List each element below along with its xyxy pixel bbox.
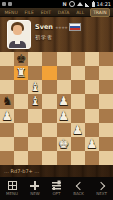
square-h2[interactable] [99,137,113,151]
square-h5[interactable] [99,94,113,108]
square-g6[interactable] [85,80,99,94]
square-b3[interactable] [14,123,28,137]
square-e4[interactable]: ♟ [57,109,71,123]
square-a5[interactable]: ♞ [0,94,14,108]
square-c2[interactable] [28,137,42,151]
square-e5[interactable]: ♟ [57,94,71,108]
plus-icon [30,181,39,190]
square-d2[interactable] [42,137,56,151]
square-b6[interactable] [14,80,28,94]
square-c1[interactable] [28,151,42,165]
back-move-button[interactable]: BACK [73,181,84,196]
square-e2[interactable]: ♚ [57,137,71,151]
opponent-level: 初学者 [35,34,53,40]
battery-icon [92,2,95,7]
sliders-icon [52,181,61,190]
tab-all[interactable]: ALL [75,9,85,16]
notification-icon [2,2,6,6]
square-a1[interactable] [0,151,14,165]
square-f7[interactable] [71,66,85,80]
square-h4[interactable] [99,109,113,123]
white-bishop: ♝ [30,95,41,107]
square-h7[interactable] [99,66,113,80]
square-b7[interactable]: ♜ [14,66,28,80]
square-d5[interactable] [42,94,56,108]
strength-stars: ★★★★ [55,25,67,30]
wifi-icon [77,2,83,6]
square-d1[interactable] [42,151,56,165]
white-pawn: ♟ [86,138,97,150]
square-f3[interactable]: ♟ [71,123,85,137]
square-c4[interactable] [28,109,42,123]
square-c8[interactable] [28,52,42,66]
square-e7[interactable] [57,66,71,80]
square-c5[interactable]: ♝ [28,94,42,108]
square-f1[interactable] [71,151,85,165]
white-pawn: ♟ [72,124,83,136]
tab-train-selected[interactable]: TRAIN [90,8,109,17]
last-move-text: … Rd7-b7+ … [4,168,39,174]
square-g8[interactable] [85,52,99,66]
square-h3[interactable] [99,123,113,137]
square-h6[interactable] [99,80,113,94]
white-king: ♚ [58,138,69,150]
avatar-face [13,25,22,35]
square-g5[interactable] [85,94,99,108]
square-g1[interactable] [85,151,99,165]
square-g4[interactable] [85,109,99,123]
square-f5[interactable] [71,94,85,108]
square-h1[interactable] [99,151,113,165]
square-b4[interactable] [14,109,28,123]
menu-button[interactable]: MENU [6,181,18,196]
square-d7[interactable] [42,66,56,80]
bottom-toolbar: MENU NEW OPT BACK NEXT [0,177,113,200]
square-a4[interactable]: ♟ [0,109,14,123]
square-g2[interactable]: ♟ [85,137,99,151]
square-g7[interactable] [85,66,99,80]
white-rook: ♜ [16,67,27,79]
forward-arrow-icon [97,181,106,190]
white-pawn: ♟ [58,110,69,122]
tab-file[interactable]: FILE [24,9,35,16]
square-d8[interactable] [42,52,56,66]
square-c3[interactable] [28,123,42,137]
square-a2[interactable] [0,137,14,151]
square-c6[interactable]: ♝ [28,80,42,94]
tab-menu[interactable]: MENU [3,9,18,16]
square-b8[interactable]: ♚ [14,52,28,66]
square-e1[interactable] [57,151,71,165]
status-time: 14:21 [97,1,111,7]
square-a3[interactable] [0,123,14,137]
square-c7[interactable] [28,66,42,80]
opponent-name: Sven [35,24,53,31]
signal-icon [85,2,90,7]
square-f6[interactable] [71,80,85,94]
top-tab-bar: MENU FILE EDIT DATA ALL TRAIN [0,8,113,17]
square-f2[interactable] [71,137,85,151]
move-list-strip[interactable]: … Rd7-b7+ … [0,165,113,177]
square-g3[interactable] [85,123,99,137]
square-f4[interactable] [71,109,85,123]
russia-flag [69,23,81,31]
square-e3[interactable] [57,123,71,137]
back-arrow-icon [74,181,83,190]
square-a7[interactable] [0,66,14,80]
white-bishop: ♝ [30,81,41,93]
square-h8[interactable] [99,52,113,66]
white-pawn: ♟ [58,95,69,107]
new-game-button[interactable]: NEW [30,181,39,196]
opponent-avatar [7,20,31,49]
square-b2[interactable] [14,137,28,151]
square-d6[interactable] [42,80,56,94]
avatar-collar [15,41,20,44]
chess-board[interactable]: ♚♜♝♞♝♟♟♟♟♚♟ [0,52,113,165]
nfc-icon: N [62,2,66,7]
square-e8[interactable] [57,52,71,66]
notification-icon [8,2,12,6]
status-bar: N 14:21 [0,0,113,8]
square-b1[interactable] [14,151,28,165]
black-king: ♚ [16,53,27,65]
alarm-icon [69,1,75,7]
black-knight: ♞ [2,95,13,107]
forward-move-button[interactable]: NEXT [96,181,107,196]
options-button[interactable]: OPT [52,181,61,196]
board-grid-icon [8,181,17,190]
square-d4[interactable] [42,109,56,123]
square-a6[interactable] [0,80,14,94]
opponent-card: Sven ★★★★ 初学者 [0,17,113,52]
tab-edit[interactable]: EDIT [40,9,52,16]
square-d3[interactable] [42,123,56,137]
square-f8[interactable] [71,52,85,66]
tab-data[interactable]: DATA [57,9,71,16]
square-a8[interactable] [0,52,14,66]
square-e6[interactable] [57,80,71,94]
white-pawn: ♟ [2,110,13,122]
square-b5[interactable] [14,94,28,108]
